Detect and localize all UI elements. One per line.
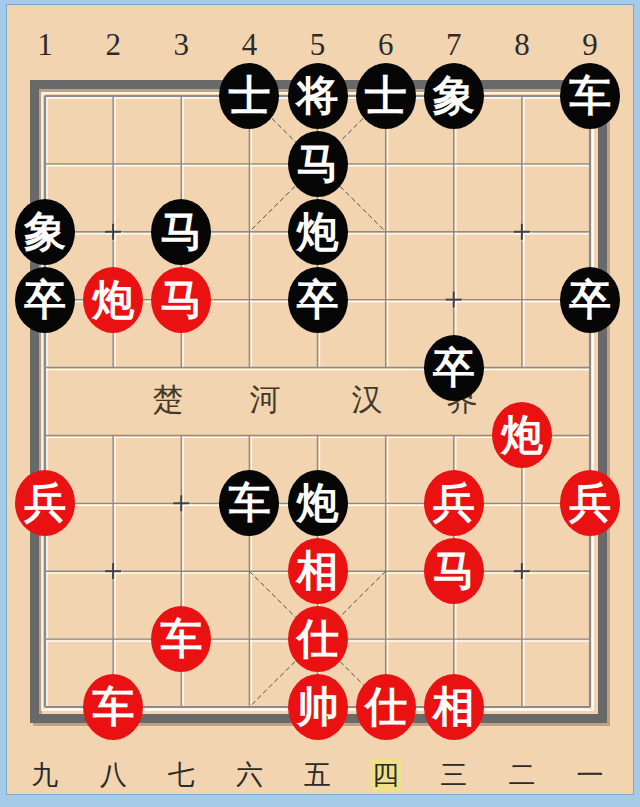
piece-red-advisor[interactable]: 仕 [288,606,348,672]
file-label-top-4: 4 [242,28,258,62]
file-label-top-1: 1 [37,28,53,62]
piece-red-cannon[interactable]: 炮 [492,402,552,468]
piece-red-chariot[interactable]: 车 [83,674,143,740]
piece-black-soldier[interactable]: 卒 [560,267,620,333]
river-char-1: 楚 [153,379,184,421]
file-label-top-2: 2 [105,28,121,62]
file-label-bottom-9: 一 [577,760,604,790]
file-label-bottom-6: 四 [372,760,399,790]
piece-black-advisor[interactable]: 士 [219,63,279,129]
piece-black-soldier[interactable]: 卒 [15,267,75,333]
xiangqi-app-window: 123456789 楚河汉界 士将士象车马象马炮卒炮马卒卒卒炮兵车炮兵兵相马车仕… [0,0,640,807]
file-label-top-3: 3 [174,28,190,62]
piece-black-cannon[interactable]: 炮 [288,199,348,265]
river-char-3: 汉 [352,379,383,421]
piece-black-elephant[interactable]: 象 [15,199,75,265]
file-label-top-8: 8 [514,28,530,62]
piece-red-soldier[interactable]: 兵 [15,470,75,536]
piece-black-cannon[interactable]: 炮 [288,470,348,536]
piece-red-soldier[interactable]: 兵 [560,470,620,536]
piece-red-general[interactable]: 帅 [288,674,348,740]
file-label-top-6: 6 [378,28,394,62]
piece-red-horse[interactable]: 马 [151,267,211,333]
file-label-bottom-8: 二 [508,760,535,790]
file-label-bottom-5: 五 [304,760,331,790]
piece-red-soldier[interactable]: 兵 [424,470,484,536]
piece-black-elephant[interactable]: 象 [424,63,484,129]
piece-red-chariot[interactable]: 车 [151,606,211,672]
file-label-bottom-1: 九 [32,760,59,790]
piece-black-advisor[interactable]: 士 [356,63,416,129]
piece-red-cannon[interactable]: 炮 [83,267,143,333]
file-label-bottom-7: 三 [440,760,467,790]
file-label-top-9: 9 [582,28,598,62]
piece-red-elephant[interactable]: 相 [424,674,484,740]
file-label-bottom-2: 八 [100,760,127,790]
piece-black-soldier[interactable]: 卒 [424,335,484,401]
piece-black-horse[interactable]: 马 [151,199,211,265]
file-label-bottom-3: 七 [168,760,195,790]
piece-red-horse[interactable]: 马 [424,538,484,604]
file-label-top-5: 5 [310,28,326,62]
piece-red-elephant[interactable]: 相 [288,538,348,604]
piece-black-soldier[interactable]: 卒 [288,267,348,333]
piece-red-advisor[interactable]: 仕 [356,674,416,740]
river-char-2: 河 [250,379,281,421]
file-label-bottom-4: 六 [236,760,263,790]
piece-black-chariot[interactable]: 车 [560,63,620,129]
file-label-top-7: 7 [446,28,462,62]
piece-black-general[interactable]: 将 [288,63,348,129]
piece-black-horse[interactable]: 马 [288,131,348,197]
